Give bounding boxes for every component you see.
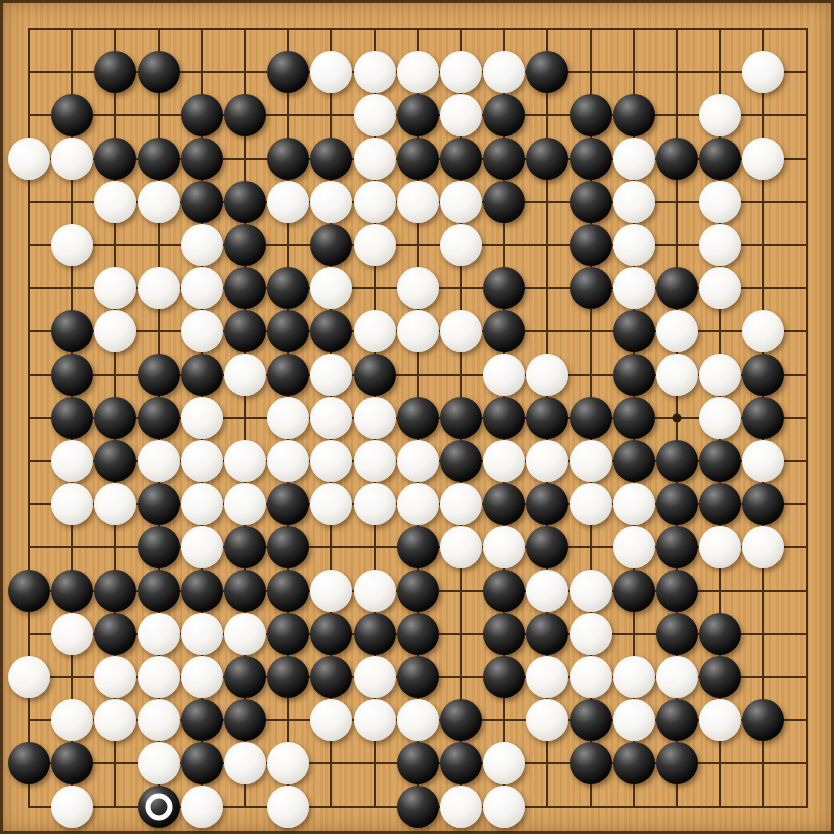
last-move-marker (145, 793, 172, 820)
black-stone (267, 310, 309, 352)
black-stone (440, 742, 482, 784)
black-stone (354, 613, 396, 655)
black-stone (224, 310, 266, 352)
black-stone (526, 51, 568, 93)
white-stone (440, 310, 482, 352)
white-stone (526, 354, 568, 396)
black-stone (483, 397, 525, 439)
white-stone (526, 699, 568, 741)
white-stone (181, 786, 223, 828)
white-stone (51, 699, 93, 741)
white-stone (483, 354, 525, 396)
black-stone (267, 51, 309, 93)
black-stone (310, 224, 352, 266)
black-stone (656, 613, 698, 655)
black-stone (224, 570, 266, 612)
white-stone (742, 526, 784, 568)
white-stone (354, 699, 396, 741)
black-stone (656, 526, 698, 568)
white-stone (742, 440, 784, 482)
white-stone (354, 94, 396, 136)
black-stone (397, 786, 439, 828)
black-stone (613, 570, 655, 612)
white-stone (656, 310, 698, 352)
black-stone (742, 354, 784, 396)
white-stone (138, 267, 180, 309)
black-stone (613, 94, 655, 136)
white-stone (570, 440, 612, 482)
white-stone (699, 224, 741, 266)
white-stone (354, 310, 396, 352)
black-stone (656, 570, 698, 612)
white-stone (94, 483, 136, 525)
white-stone (354, 51, 396, 93)
white-stone (483, 51, 525, 93)
white-stone (483, 786, 525, 828)
white-stone (267, 397, 309, 439)
black-stone (570, 138, 612, 180)
black-stone (656, 267, 698, 309)
white-stone (51, 613, 93, 655)
white-stone (440, 786, 482, 828)
black-stone (397, 526, 439, 568)
white-stone (267, 742, 309, 784)
black-stone (656, 440, 698, 482)
black-stone (94, 138, 136, 180)
black-stone (51, 397, 93, 439)
black-stone (483, 310, 525, 352)
white-stone (138, 440, 180, 482)
white-stone (483, 526, 525, 568)
black-stone (440, 397, 482, 439)
white-stone (397, 699, 439, 741)
white-stone (354, 483, 396, 525)
white-stone (310, 267, 352, 309)
white-stone (181, 656, 223, 698)
white-stone (742, 138, 784, 180)
white-stone (181, 267, 223, 309)
black-stone (483, 94, 525, 136)
white-stone (440, 51, 482, 93)
black-stone (94, 51, 136, 93)
white-stone (138, 613, 180, 655)
white-stone (224, 613, 266, 655)
white-stone (94, 656, 136, 698)
black-stone (699, 656, 741, 698)
black-stone (224, 267, 266, 309)
white-stone (181, 483, 223, 525)
white-stone (699, 397, 741, 439)
white-stone (181, 526, 223, 568)
black-stone (51, 94, 93, 136)
black-stone (699, 138, 741, 180)
black-stone (613, 440, 655, 482)
white-stone (138, 742, 180, 784)
black-stone (94, 613, 136, 655)
black-stone (397, 94, 439, 136)
white-stone (354, 656, 396, 698)
black-stone (742, 699, 784, 741)
white-stone (699, 267, 741, 309)
black-stone (397, 656, 439, 698)
black-stone (267, 526, 309, 568)
white-stone (440, 483, 482, 525)
black-stone (440, 440, 482, 482)
black-stone (8, 570, 50, 612)
black-stone (613, 397, 655, 439)
black-stone (613, 742, 655, 784)
white-stone (138, 699, 180, 741)
black-stone (354, 354, 396, 396)
white-stone (613, 656, 655, 698)
black-stone (483, 483, 525, 525)
black-stone (138, 397, 180, 439)
white-stone (354, 181, 396, 223)
white-stone (613, 267, 655, 309)
white-stone (397, 483, 439, 525)
black-stone (397, 742, 439, 784)
black-stone (742, 397, 784, 439)
white-stone (310, 699, 352, 741)
white-stone (94, 181, 136, 223)
star-point (673, 413, 682, 422)
white-stone (138, 656, 180, 698)
black-stone (570, 397, 612, 439)
black-stone (181, 181, 223, 223)
black-stone (742, 483, 784, 525)
black-stone (570, 224, 612, 266)
black-stone (483, 613, 525, 655)
black-stone (483, 267, 525, 309)
black-stone (181, 742, 223, 784)
black-stone (181, 570, 223, 612)
black-stone (224, 94, 266, 136)
black-stone (51, 354, 93, 396)
white-stone (699, 699, 741, 741)
white-stone (267, 440, 309, 482)
white-stone (440, 94, 482, 136)
black-stone (483, 570, 525, 612)
white-stone (310, 483, 352, 525)
white-stone (310, 51, 352, 93)
black-stone (181, 138, 223, 180)
black-stone (94, 570, 136, 612)
white-stone (613, 224, 655, 266)
white-stone (354, 570, 396, 612)
white-stone (397, 440, 439, 482)
black-stone (656, 699, 698, 741)
white-stone (656, 656, 698, 698)
white-stone (699, 181, 741, 223)
black-stone (94, 397, 136, 439)
black-stone (699, 613, 741, 655)
black-stone (8, 742, 50, 784)
black-stone (267, 570, 309, 612)
black-stone (267, 483, 309, 525)
black-stone (526, 483, 568, 525)
white-stone (354, 138, 396, 180)
white-stone (397, 310, 439, 352)
white-stone (354, 440, 396, 482)
white-stone (440, 181, 482, 223)
white-stone (354, 397, 396, 439)
black-stone (181, 354, 223, 396)
black-stone (656, 483, 698, 525)
white-stone (656, 354, 698, 396)
black-stone (397, 138, 439, 180)
black-stone (267, 354, 309, 396)
white-stone (613, 138, 655, 180)
black-stone (570, 742, 612, 784)
black-stone (138, 483, 180, 525)
white-stone (310, 181, 352, 223)
black-stone (310, 138, 352, 180)
white-stone (613, 483, 655, 525)
white-stone (224, 440, 266, 482)
white-stone (613, 699, 655, 741)
white-stone (181, 613, 223, 655)
black-stone (310, 613, 352, 655)
black-stone (613, 354, 655, 396)
white-stone (699, 94, 741, 136)
black-stone (224, 699, 266, 741)
black-stone (699, 483, 741, 525)
black-stone (267, 267, 309, 309)
white-stone (526, 440, 568, 482)
black-stone (656, 138, 698, 180)
black-stone (224, 181, 266, 223)
black-stone (483, 181, 525, 223)
white-stone (181, 397, 223, 439)
black-stone (138, 526, 180, 568)
white-stone (181, 440, 223, 482)
black-stone (526, 397, 568, 439)
white-stone (440, 526, 482, 568)
white-stone (181, 310, 223, 352)
white-stone (742, 51, 784, 93)
white-stone (94, 267, 136, 309)
white-stone (94, 699, 136, 741)
black-stone (224, 526, 266, 568)
black-stone (570, 267, 612, 309)
black-stone (267, 656, 309, 698)
white-stone (224, 483, 266, 525)
black-stone (138, 354, 180, 396)
white-stone (699, 526, 741, 568)
white-stone (310, 354, 352, 396)
white-stone (699, 354, 741, 396)
black-stone (138, 51, 180, 93)
white-stone (613, 526, 655, 568)
white-stone (613, 181, 655, 223)
black-stone (267, 613, 309, 655)
black-stone (483, 138, 525, 180)
white-stone (742, 310, 784, 352)
white-stone (310, 440, 352, 482)
black-stone (526, 526, 568, 568)
white-stone (570, 656, 612, 698)
white-stone (51, 138, 93, 180)
white-stone (526, 570, 568, 612)
white-stone (526, 656, 568, 698)
black-stone (699, 440, 741, 482)
white-stone (310, 397, 352, 439)
black-stone (440, 699, 482, 741)
black-stone (310, 310, 352, 352)
white-stone (267, 181, 309, 223)
white-stone (181, 224, 223, 266)
black-stone (570, 94, 612, 136)
black-stone (51, 570, 93, 612)
black-stone (138, 138, 180, 180)
black-stone (181, 699, 223, 741)
white-stone (8, 656, 50, 698)
white-stone (440, 224, 482, 266)
black-stone (483, 656, 525, 698)
white-stone (570, 570, 612, 612)
white-stone (51, 786, 93, 828)
white-stone (483, 742, 525, 784)
white-stone (570, 483, 612, 525)
black-stone (656, 742, 698, 784)
black-stone (613, 310, 655, 352)
white-stone (224, 742, 266, 784)
black-stone (267, 138, 309, 180)
white-stone (8, 138, 50, 180)
white-stone (51, 440, 93, 482)
black-stone (181, 94, 223, 136)
black-stone (94, 440, 136, 482)
black-stone (310, 656, 352, 698)
black-stone (397, 570, 439, 612)
white-stone (483, 440, 525, 482)
black-stone (397, 397, 439, 439)
white-stone (397, 181, 439, 223)
go-board[interactable] (0, 0, 834, 834)
white-stone (94, 310, 136, 352)
black-stone (138, 570, 180, 612)
white-stone (267, 786, 309, 828)
white-stone (51, 224, 93, 266)
black-stone (570, 699, 612, 741)
black-stone (224, 656, 266, 698)
black-stone (570, 181, 612, 223)
black-stone (526, 613, 568, 655)
black-stone (440, 138, 482, 180)
black-stone (397, 613, 439, 655)
black-stone (224, 224, 266, 266)
black-stone (51, 742, 93, 784)
white-stone (570, 613, 612, 655)
white-stone (397, 51, 439, 93)
white-stone (224, 354, 266, 396)
white-stone (397, 267, 439, 309)
white-stone (354, 224, 396, 266)
black-stone (526, 138, 568, 180)
white-stone (138, 181, 180, 223)
white-stone (310, 570, 352, 612)
white-stone (51, 483, 93, 525)
black-stone (51, 310, 93, 352)
